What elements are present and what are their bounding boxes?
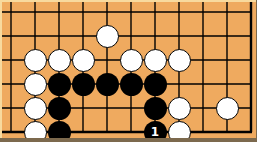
intersection-r1c8 <box>167 0 191 24</box>
intersection-r4c10 <box>215 72 239 96</box>
intersection-r5c4 <box>71 96 95 120</box>
intersection-r1c1 <box>0 0 23 24</box>
intersection-r1c4 <box>71 0 95 24</box>
black-stone <box>120 73 143 96</box>
intersection-r2c5 <box>95 24 119 48</box>
intersection-r2c10 <box>215 24 239 48</box>
intersection-r5c8 <box>167 96 191 120</box>
intersection-r3c1 <box>0 48 23 72</box>
intersection-r3c9 <box>191 48 215 72</box>
intersection-r6c7: 1 <box>143 120 167 142</box>
black-stone <box>48 97 71 120</box>
intersection-r5c6 <box>119 96 143 120</box>
black-stone <box>48 73 71 96</box>
intersection-r2c4 <box>71 24 95 48</box>
intersection-r2c7 <box>143 24 167 48</box>
intersection-r4c9 <box>191 72 215 96</box>
intersection-r2c3 <box>47 24 71 48</box>
white-stone <box>216 97 239 120</box>
intersection-r5c7 <box>143 96 167 120</box>
intersection-r3c6 <box>119 48 143 72</box>
stones-layer: 1 <box>0 0 257 142</box>
intersection-r2c8 <box>167 24 191 48</box>
white-stone <box>24 97 47 120</box>
intersection-r2c2 <box>23 24 47 48</box>
white-stone <box>72 49 95 72</box>
black-stone <box>48 121 71 143</box>
white-stone <box>144 49 167 72</box>
intersection-r6c9 <box>191 120 215 142</box>
intersection-r2c6 <box>119 24 143 48</box>
white-stone <box>96 25 119 48</box>
black-stone <box>72 73 95 96</box>
intersection-r4c3 <box>47 72 71 96</box>
white-stone <box>48 49 71 72</box>
intersection-r3c11 <box>239 48 257 72</box>
intersection-r3c4 <box>71 48 95 72</box>
intersection-r6c6 <box>119 120 143 142</box>
intersection-r6c4 <box>71 120 95 142</box>
white-stone <box>168 121 191 143</box>
intersection-r6c11 <box>239 120 257 142</box>
white-stone <box>24 49 47 72</box>
intersection-r4c11 <box>239 72 257 96</box>
intersection-r6c1 <box>0 120 23 142</box>
intersection-r1c6 <box>119 0 143 24</box>
intersection-r5c9 <box>191 96 215 120</box>
intersection-r6c10 <box>215 120 239 142</box>
intersection-r4c7 <box>143 72 167 96</box>
intersection-r1c9 <box>191 0 215 24</box>
intersection-r1c5 <box>95 0 119 24</box>
intersection-r1c2 <box>23 0 47 24</box>
intersection-r3c8 <box>167 48 191 72</box>
intersection-r4c4 <box>71 72 95 96</box>
intersection-r6c5 <box>95 120 119 142</box>
intersection-r1c7 <box>143 0 167 24</box>
intersection-r2c9 <box>191 24 215 48</box>
intersection-r5c1 <box>0 96 23 120</box>
intersection-r6c2 <box>23 120 47 142</box>
intersection-r3c2 <box>23 48 47 72</box>
white-stone <box>168 97 191 120</box>
white-stone <box>24 121 47 143</box>
white-stone <box>168 49 191 72</box>
white-stone <box>120 49 143 72</box>
intersection-r5c11 <box>239 96 257 120</box>
black-stone <box>144 73 167 96</box>
intersection-r5c3 <box>47 96 71 120</box>
intersection-r6c8 <box>167 120 191 142</box>
intersection-r4c6 <box>119 72 143 96</box>
intersection-r1c11 <box>239 0 257 24</box>
intersection-r5c2 <box>23 96 47 120</box>
intersection-r4c8 <box>167 72 191 96</box>
white-stone <box>24 73 47 96</box>
black-stone <box>96 73 119 96</box>
intersection-r4c2 <box>23 72 47 96</box>
intersection-r3c7 <box>143 48 167 72</box>
intersection-r1c3 <box>47 0 71 24</box>
intersection-r6c3 <box>47 120 71 142</box>
intersection-r4c1 <box>0 72 23 96</box>
intersection-r5c5 <box>95 96 119 120</box>
intersection-r4c5 <box>95 72 119 96</box>
intersection-r2c11 <box>239 24 257 48</box>
intersection-r3c3 <box>47 48 71 72</box>
black-stone <box>144 97 167 120</box>
intersection-r3c5 <box>95 48 119 72</box>
intersection-r2c1 <box>0 24 23 48</box>
intersection-r3c10 <box>215 48 239 72</box>
black-stone-move-1: 1 <box>144 121 167 143</box>
intersection-r5c10 <box>215 96 239 120</box>
go-board-diagram: 1 <box>0 0 257 142</box>
intersection-r1c10 <box>215 0 239 24</box>
move-number-label: 1 <box>151 126 159 138</box>
